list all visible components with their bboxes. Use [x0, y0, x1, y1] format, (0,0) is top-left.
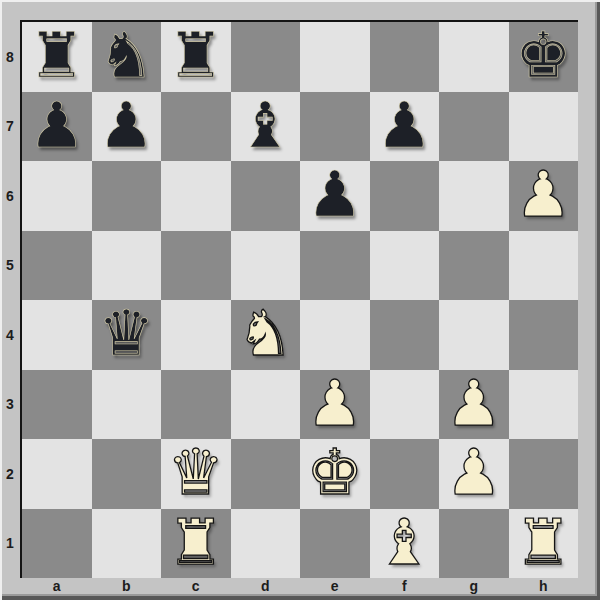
square-b4[interactable]: ♛ — [92, 300, 162, 370]
file-label: c — [161, 576, 231, 596]
square-c8[interactable]: ♜ — [161, 22, 231, 92]
square-b5[interactable] — [92, 231, 162, 301]
white-knight-icon: ♞ — [237, 302, 293, 365]
square-f1[interactable]: ♝ — [370, 509, 440, 579]
square-c6[interactable] — [161, 161, 231, 231]
square-d7[interactable]: ♝ — [231, 92, 301, 162]
rank-label: 7 — [0, 92, 20, 162]
square-b8[interactable]: ♞ — [92, 22, 162, 92]
square-g8[interactable] — [439, 22, 509, 92]
white-bishop-icon: ♝ — [376, 511, 432, 574]
square-h6[interactable]: ♟ — [509, 161, 579, 231]
square-c4[interactable] — [161, 300, 231, 370]
square-a8[interactable]: ♜ — [22, 22, 92, 92]
square-a5[interactable] — [22, 231, 92, 301]
square-f7[interactable]: ♟ — [370, 92, 440, 162]
square-e7[interactable] — [300, 92, 370, 162]
white-pawn-icon: ♟ — [446, 441, 502, 504]
square-f8[interactable] — [370, 22, 440, 92]
white-queen-icon: ♛ — [168, 441, 224, 504]
square-e4[interactable] — [300, 300, 370, 370]
square-f6[interactable] — [370, 161, 440, 231]
file-labels: abcdefgh — [22, 576, 578, 596]
file-label: b — [92, 576, 162, 596]
square-g3[interactable]: ♟ — [439, 370, 509, 440]
black-pawn-icon: ♟ — [98, 94, 154, 157]
square-d8[interactable] — [231, 22, 301, 92]
black-knight-icon: ♞ — [98, 24, 154, 87]
black-pawn-icon: ♟ — [29, 94, 85, 157]
square-b2[interactable] — [92, 439, 162, 509]
black-king-icon: ♚ — [515, 24, 571, 87]
file-label: h — [509, 576, 579, 596]
square-f5[interactable] — [370, 231, 440, 301]
square-c7[interactable] — [161, 92, 231, 162]
black-bishop-icon: ♝ — [237, 94, 293, 157]
square-g2[interactable]: ♟ — [439, 439, 509, 509]
square-h1[interactable]: ♜ — [509, 509, 579, 579]
rank-label: 2 — [0, 439, 20, 509]
board-frame: 87654321 ♜♞♜♚♟♟♝♟♟♟♛♞♟♟♛♚♟♜♝♜ abcdefgh — [0, 0, 600, 600]
square-c2[interactable]: ♛ — [161, 439, 231, 509]
square-d6[interactable] — [231, 161, 301, 231]
file-label: g — [439, 576, 509, 596]
square-d3[interactable] — [231, 370, 301, 440]
square-f2[interactable] — [370, 439, 440, 509]
file-label: d — [231, 576, 301, 596]
square-h2[interactable] — [509, 439, 579, 509]
black-rook-icon: ♜ — [168, 24, 224, 87]
square-g6[interactable] — [439, 161, 509, 231]
file-label: a — [22, 576, 92, 596]
square-f3[interactable] — [370, 370, 440, 440]
white-pawn-icon: ♟ — [446, 372, 502, 435]
rank-labels: 87654321 — [0, 22, 20, 578]
white-rook-icon: ♜ — [168, 511, 224, 574]
square-a4[interactable] — [22, 300, 92, 370]
square-b7[interactable]: ♟ — [92, 92, 162, 162]
square-h8[interactable]: ♚ — [509, 22, 579, 92]
white-pawn-icon: ♟ — [307, 372, 363, 435]
square-c5[interactable] — [161, 231, 231, 301]
square-h4[interactable] — [509, 300, 579, 370]
rank-label: 8 — [0, 22, 20, 92]
square-a7[interactable]: ♟ — [22, 92, 92, 162]
black-rook-icon: ♜ — [29, 24, 85, 87]
rank-label: 6 — [0, 161, 20, 231]
square-f4[interactable] — [370, 300, 440, 370]
square-c1[interactable]: ♜ — [161, 509, 231, 579]
black-pawn-icon: ♟ — [376, 94, 432, 157]
square-h3[interactable] — [509, 370, 579, 440]
chess-board: ♜♞♜♚♟♟♝♟♟♟♛♞♟♟♛♚♟♜♝♜ — [20, 20, 578, 578]
square-d1[interactable] — [231, 509, 301, 579]
square-a1[interactable] — [22, 509, 92, 579]
white-pawn-icon: ♟ — [515, 163, 571, 226]
square-c3[interactable] — [161, 370, 231, 440]
rank-label: 3 — [0, 370, 20, 440]
square-e1[interactable] — [300, 509, 370, 579]
white-king-icon: ♚ — [307, 441, 363, 504]
square-a6[interactable] — [22, 161, 92, 231]
square-e8[interactable] — [300, 22, 370, 92]
square-a2[interactable] — [22, 439, 92, 509]
square-e5[interactable] — [300, 231, 370, 301]
rank-label: 4 — [0, 300, 20, 370]
rank-label: 5 — [0, 231, 20, 301]
file-label: f — [370, 576, 440, 596]
black-queen-icon: ♛ — [98, 302, 154, 365]
square-h5[interactable] — [509, 231, 579, 301]
square-b3[interactable] — [92, 370, 162, 440]
square-g1[interactable] — [439, 509, 509, 579]
square-d2[interactable] — [231, 439, 301, 509]
square-g4[interactable] — [439, 300, 509, 370]
square-d4[interactable]: ♞ — [231, 300, 301, 370]
square-b1[interactable] — [92, 509, 162, 579]
square-b6[interactable] — [92, 161, 162, 231]
white-rook-icon: ♜ — [515, 511, 571, 574]
square-e3[interactable]: ♟ — [300, 370, 370, 440]
rank-label: 1 — [0, 509, 20, 579]
square-a3[interactable] — [22, 370, 92, 440]
square-g7[interactable] — [439, 92, 509, 162]
square-e2[interactable]: ♚ — [300, 439, 370, 509]
square-g5[interactable] — [439, 231, 509, 301]
square-h7[interactable] — [509, 92, 579, 162]
square-e6[interactable]: ♟ — [300, 161, 370, 231]
file-label: e — [300, 576, 370, 596]
square-d5[interactable] — [231, 231, 301, 301]
black-pawn-icon: ♟ — [307, 163, 363, 226]
